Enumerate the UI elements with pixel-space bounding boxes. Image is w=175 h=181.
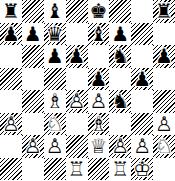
- black-bishop: ♝♝: [88, 23, 110, 46]
- white-knight: ♞♘: [153, 135, 175, 158]
- piece-glyph: ♕: [88, 135, 110, 158]
- piece-halo: ♟: [66, 45, 88, 68]
- piece-halo: ♝: [44, 90, 66, 113]
- square-c2[interactable]: ♟♙: [44, 135, 66, 158]
- square-a5[interactable]: [0, 68, 22, 91]
- square-h5[interactable]: [153, 68, 175, 91]
- white-queen: ♛♕: [88, 135, 110, 158]
- square-d3[interactable]: [66, 113, 88, 136]
- square-f6[interactable]: ♞♞: [109, 45, 131, 68]
- black-queen: ♛♛: [44, 23, 66, 46]
- piece-halo: ♜: [0, 0, 22, 23]
- piece-glyph: ♜: [153, 0, 175, 23]
- piece-glyph: ♔: [131, 158, 153, 181]
- black-bishop: ♝♝: [44, 0, 66, 23]
- square-e2[interactable]: ♛♕: [88, 135, 110, 158]
- white-pawn: ♟♙: [153, 113, 175, 136]
- piece-glyph: ♞: [109, 45, 131, 68]
- square-b3[interactable]: [22, 113, 44, 136]
- square-e4[interactable]: ♟♙: [88, 90, 110, 113]
- square-e1[interactable]: [88, 158, 110, 181]
- piece-glyph: ♙: [0, 113, 22, 136]
- square-c8[interactable]: ♝♝: [44, 0, 66, 23]
- square-g1[interactable]: ♚♔: [131, 158, 153, 181]
- piece-glyph: ♙: [44, 135, 66, 158]
- piece-halo: ♜: [66, 158, 88, 181]
- piece-glyph: ♟: [44, 45, 66, 68]
- black-knight: ♞♞: [109, 90, 131, 113]
- piece-glyph: ♘: [44, 113, 66, 136]
- piece-glyph: ♖: [66, 158, 88, 181]
- piece-glyph: ♙: [66, 90, 88, 113]
- piece-halo: ♝: [44, 0, 66, 23]
- black-pawn: ♟♟: [88, 68, 110, 91]
- piece-glyph: ♟: [88, 68, 110, 91]
- piece-glyph: ♛: [44, 23, 66, 46]
- piece-glyph: ♞: [109, 90, 131, 113]
- square-d8[interactable]: [66, 0, 88, 23]
- square-a6[interactable]: [0, 45, 22, 68]
- square-c1[interactable]: [44, 158, 66, 181]
- piece-halo: ♞: [44, 113, 66, 136]
- black-pawn: ♟♟: [153, 45, 175, 68]
- piece-halo: ♚: [88, 0, 110, 23]
- piece-halo: ♟: [153, 113, 175, 136]
- piece-glyph: ♙: [22, 135, 44, 158]
- white-pawn: ♟♙: [44, 135, 66, 158]
- white-rook: ♜♖: [109, 158, 131, 181]
- piece-halo: ♟: [88, 90, 110, 113]
- white-rook: ♜♖: [66, 158, 88, 181]
- piece-halo: ♟: [109, 135, 131, 158]
- white-king: ♚♔: [131, 158, 153, 181]
- square-a2[interactable]: [0, 135, 22, 158]
- square-e8[interactable]: ♚♚: [88, 0, 110, 23]
- square-h1[interactable]: [153, 158, 175, 181]
- black-pawn: ♟♟: [44, 45, 66, 68]
- white-pawn: ♟♙: [66, 90, 88, 113]
- square-d5[interactable]: [66, 68, 88, 91]
- square-g4[interactable]: [131, 90, 153, 113]
- piece-glyph: ♟: [22, 23, 44, 46]
- piece-halo: ♞: [109, 90, 131, 113]
- square-h2[interactable]: ♞♘: [153, 135, 175, 158]
- square-h6[interactable]: ♟♟: [153, 45, 175, 68]
- piece-halo: ♟: [131, 68, 153, 91]
- square-d6[interactable]: ♟♟: [66, 45, 88, 68]
- square-b5[interactable]: [22, 68, 44, 91]
- square-e5[interactable]: ♟♟: [88, 68, 110, 91]
- white-bishop: ♝♗: [88, 113, 110, 136]
- square-g5[interactable]: ♟♟: [131, 68, 153, 91]
- square-b2[interactable]: ♟♙: [22, 135, 44, 158]
- square-h7[interactable]: [153, 23, 175, 46]
- piece-halo: ♟: [88, 68, 110, 91]
- square-e6[interactable]: [88, 45, 110, 68]
- piece-glyph: ♝: [44, 0, 66, 23]
- square-b4[interactable]: [22, 90, 44, 113]
- piece-halo: ♜: [153, 0, 175, 23]
- square-g8[interactable]: [131, 0, 153, 23]
- square-f4[interactable]: ♞♞: [109, 90, 131, 113]
- square-f5[interactable]: [109, 68, 131, 91]
- square-c5[interactable]: [44, 68, 66, 91]
- black-knight: ♞♞: [109, 45, 131, 68]
- square-d1[interactable]: ♜♖: [66, 158, 88, 181]
- white-pawn: ♟♙: [22, 135, 44, 158]
- piece-glyph: ♘: [153, 135, 175, 158]
- piece-glyph: ♜: [0, 0, 22, 23]
- square-h4[interactable]: [153, 90, 175, 113]
- piece-glyph: ♟: [131, 68, 153, 91]
- piece-glyph: ♙: [131, 135, 153, 158]
- black-pawn: ♟♟: [0, 23, 22, 46]
- piece-halo: ♟: [44, 135, 66, 158]
- black-rook: ♜♜: [153, 0, 175, 23]
- piece-halo: ♟: [153, 45, 175, 68]
- piece-halo: ♛: [44, 23, 66, 46]
- piece-glyph: ♟: [109, 23, 131, 46]
- piece-halo: ♟: [0, 23, 22, 46]
- piece-glyph: ♙: [153, 113, 175, 136]
- white-pawn: ♟♙: [131, 135, 153, 158]
- square-h3[interactable]: ♟♙: [153, 113, 175, 136]
- piece-halo: ♟: [109, 23, 131, 46]
- square-b1[interactable]: [22, 158, 44, 181]
- square-e7[interactable]: ♝♝: [88, 23, 110, 46]
- piece-halo: ♟: [0, 113, 22, 136]
- piece-halo: ♞: [153, 135, 175, 158]
- piece-halo: ♝: [88, 23, 110, 46]
- square-b8[interactable]: [22, 0, 44, 23]
- piece-halo: ♜: [109, 158, 131, 181]
- square-a1[interactable]: [0, 158, 22, 181]
- piece-glyph: ♗: [88, 113, 110, 136]
- piece-halo: ♚: [131, 158, 153, 181]
- square-c4[interactable]: ♝♗: [44, 90, 66, 113]
- piece-halo: ♟: [22, 135, 44, 158]
- piece-halo: ♟: [22, 23, 44, 46]
- piece-halo: ♟: [44, 45, 66, 68]
- piece-glyph: ♚: [88, 0, 110, 23]
- square-g2[interactable]: ♟♙: [131, 135, 153, 158]
- square-c7[interactable]: ♛♛: [44, 23, 66, 46]
- piece-glyph: ♗: [44, 90, 66, 113]
- square-f2[interactable]: ♟♙: [109, 135, 131, 158]
- square-a8[interactable]: ♜♜: [0, 0, 22, 23]
- white-knight: ♞♘: [44, 113, 66, 136]
- white-pawn: ♟♙: [109, 135, 131, 158]
- square-a7[interactable]: ♟♟: [0, 23, 22, 46]
- square-b6[interactable]: [22, 45, 44, 68]
- piece-halo: ♞: [109, 45, 131, 68]
- square-f7[interactable]: ♟♟: [109, 23, 131, 46]
- piece-glyph: ♟: [66, 45, 88, 68]
- square-e3[interactable]: ♝♗: [88, 113, 110, 136]
- square-h8[interactable]: ♜♜: [153, 0, 175, 23]
- square-a3[interactable]: ♟♙: [0, 113, 22, 136]
- square-a4[interactable]: [0, 90, 22, 113]
- piece-halo: ♟: [131, 135, 153, 158]
- piece-glyph: ♝: [88, 23, 110, 46]
- piece-glyph: ♟: [153, 45, 175, 68]
- white-bishop: ♝♗: [44, 90, 66, 113]
- black-king: ♚♚: [88, 0, 110, 23]
- square-c3[interactable]: ♞♘: [44, 113, 66, 136]
- chess-board: ♜♜♝♝♚♚♜♜♟♟♟♟♛♛♝♝♟♟♟♟♟♟♞♞♟♟♟♟♟♟♝♗♟♙♟♙♞♞♟♙…: [0, 0, 175, 180]
- black-pawn: ♟♟: [109, 23, 131, 46]
- piece-halo: ♛: [88, 135, 110, 158]
- black-pawn: ♟♟: [131, 68, 153, 91]
- piece-glyph: ♙: [88, 90, 110, 113]
- white-pawn: ♟♙: [88, 90, 110, 113]
- square-f8[interactable]: [109, 0, 131, 23]
- square-b7[interactable]: ♟♟: [22, 23, 44, 46]
- piece-halo: ♟: [66, 90, 88, 113]
- square-c6[interactable]: ♟♟: [44, 45, 66, 68]
- piece-glyph: ♖: [109, 158, 131, 181]
- square-d4[interactable]: ♟♙: [66, 90, 88, 113]
- black-pawn: ♟♟: [22, 23, 44, 46]
- square-g3[interactable]: [131, 113, 153, 136]
- piece-halo: ♝: [88, 113, 110, 136]
- square-g7[interactable]: [131, 23, 153, 46]
- white-pawn: ♟♙: [0, 113, 22, 136]
- piece-glyph: ♟: [0, 23, 22, 46]
- piece-glyph: ♙: [109, 135, 131, 158]
- square-d7[interactable]: [66, 23, 88, 46]
- black-rook: ♜♜: [0, 0, 22, 23]
- square-d2[interactable]: [66, 135, 88, 158]
- black-pawn: ♟♟: [66, 45, 88, 68]
- square-f3[interactable]: [109, 113, 131, 136]
- square-f1[interactable]: ♜♖: [109, 158, 131, 181]
- square-g6[interactable]: [131, 45, 153, 68]
